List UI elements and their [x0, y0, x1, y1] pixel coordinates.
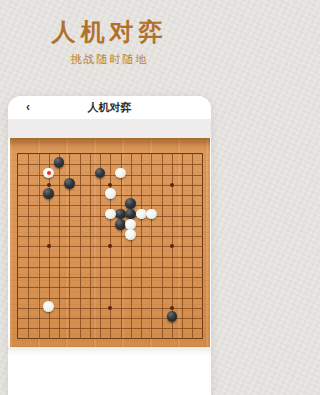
grid-line-horizontal [18, 328, 203, 329]
page-subtitle: 挑战随时随地 [0, 52, 219, 67]
grid-line-vertical [192, 154, 193, 339]
page-title: 人机对弈 [0, 16, 219, 48]
grid-line-vertical [151, 154, 152, 339]
grid-line-horizontal [18, 287, 203, 288]
star-point [170, 183, 174, 187]
page: { "page": { "title": "人机对弈", "subtitle":… [0, 0, 219, 395]
grid-line-vertical [162, 154, 163, 339]
go-stone-white [146, 209, 157, 220]
board-bottom-shadow [8, 347, 211, 355]
go-stone-black [115, 219, 126, 230]
grid-line-vertical [121, 154, 122, 339]
grid-line-horizontal [18, 298, 203, 299]
grid-line-vertical [182, 154, 183, 339]
grid-line-vertical [131, 154, 132, 339]
last-move-marker [47, 171, 51, 175]
below-board-area [8, 347, 211, 395]
grid-line-horizontal [18, 277, 203, 278]
go-stone-black [64, 178, 75, 189]
go-stone-white [43, 301, 54, 312]
go-stone-white [105, 188, 116, 199]
star-point [170, 306, 174, 310]
go-stone-white [136, 209, 147, 220]
grid-line-horizontal [18, 267, 203, 268]
screen-gray-strip [8, 119, 211, 138]
board-top-edge [10, 138, 210, 148]
grid-line-vertical [141, 154, 142, 339]
go-stone-white [105, 209, 116, 220]
grid-line-horizontal [18, 257, 203, 258]
phone-card: ‹ 人机对弈 [8, 96, 211, 395]
card-header-title: 人机对弈 [8, 100, 211, 115]
card-header: ‹ 人机对弈 [8, 96, 211, 119]
go-board[interactable] [10, 138, 210, 347]
star-point [47, 183, 51, 187]
go-stone-white [125, 219, 136, 230]
